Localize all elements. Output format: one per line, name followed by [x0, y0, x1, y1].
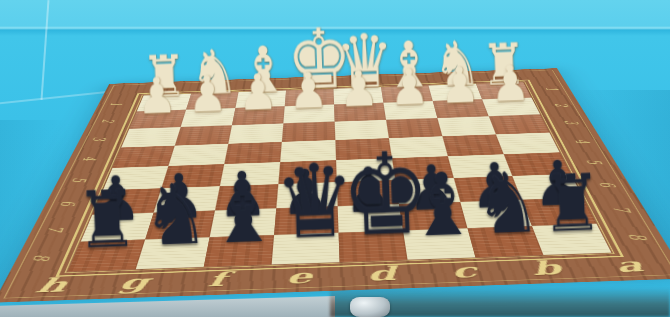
file-label-f: f [172, 267, 259, 294]
rank-label-right-7: 7 [607, 206, 635, 212]
file-label-a: a [582, 253, 670, 280]
square-c2[interactable]: ♟ [383, 101, 437, 120]
rank-label-right-4: 4 [570, 139, 594, 144]
square-a3[interactable] [489, 114, 550, 134]
piece-black-king[interactable]: ♚ [339, 140, 401, 249]
square-f2[interactable]: ♟ [232, 106, 285, 125]
rank-label-left-2: 2 [97, 119, 118, 123]
square-h2[interactable]: ♟ [129, 110, 186, 129]
piece-white-pawn[interactable]: ♟ [487, 60, 533, 108]
file-label-h: h [4, 273, 97, 300]
board-grid: ♜♞♝♚♛♝♞♜♟♟♟♟♟♟♟♟♟♟♟♟♟♟♟♟♜♞♝♛♚♝♞♜ [68, 82, 612, 272]
square-a2[interactable]: ♟ [482, 98, 540, 117]
rank-label-left-4: 4 [78, 156, 101, 161]
file-label-g: g [88, 270, 178, 297]
square-b3[interactable] [437, 116, 496, 136]
rank-label-left-7: 7 [41, 226, 68, 232]
square-f8[interactable]: ♝ [204, 235, 274, 267]
photo-backdrop: ♜♞♝♚♛♝♞♜♟♟♟♟♟♟♟♟♟♟♟♟♟♟♟♟♜♞♝♛♚♝♞♜ hgfedcb… [0, 0, 670, 317]
rank-label-right-2: 2 [550, 103, 572, 107]
rank-label-right-1: 1 [541, 87, 562, 91]
square-f3[interactable] [228, 123, 283, 143]
piece-black-rook[interactable]: ♜ [540, 166, 601, 242]
square-h8[interactable]: ♜ [68, 240, 145, 272]
piece-black-knight[interactable]: ♞ [473, 163, 534, 245]
square-h3[interactable] [121, 127, 180, 148]
square-a8[interactable]: ♜ [532, 224, 611, 255]
piece-white-pawn[interactable]: ♟ [285, 67, 331, 115]
board-hinge [350, 297, 390, 317]
square-d2[interactable]: ♟ [334, 103, 386, 122]
rank-label-right-3: 3 [560, 120, 583, 124]
rank-label-left-8: 8 [27, 254, 56, 261]
file-label-e: e [256, 264, 340, 291]
square-e3[interactable] [282, 122, 336, 142]
file-label-c: c [420, 259, 508, 286]
piece-white-pawn[interactable]: ♟ [437, 62, 483, 110]
piece-black-bishop[interactable]: ♝ [207, 170, 268, 254]
piece-white-pawn[interactable]: ♟ [235, 69, 281, 117]
piece-black-knight[interactable]: ♞ [141, 175, 202, 257]
file-label-d: d [340, 261, 425, 288]
piece-white-pawn[interactable]: ♟ [336, 66, 382, 114]
square-g8[interactable]: ♞ [136, 237, 210, 269]
piece-white-pawn[interactable]: ♟ [386, 64, 432, 112]
square-g2[interactable]: ♟ [181, 108, 236, 127]
rank-label-left-3: 3 [88, 137, 110, 142]
piece-black-rook[interactable]: ♜ [75, 183, 136, 259]
piece-black-queen[interactable]: ♛ [273, 154, 335, 252]
piece-white-pawn[interactable]: ♟ [184, 71, 230, 119]
square-g3[interactable] [175, 125, 232, 145]
square-b8[interactable]: ♞ [468, 226, 544, 257]
square-e2[interactable]: ♟ [283, 105, 334, 124]
square-e8[interactable]: ♛ [272, 233, 340, 265]
piece-white-pawn[interactable]: ♟ [134, 73, 180, 121]
chess-board: ♜♞♝♚♛♝♞♜♟♟♟♟♟♟♟♟♟♟♟♟♟♟♟♟♜♞♝♛♚♝♞♜ hgfedcb… [0, 68, 670, 302]
rank-label-right-8: 8 [622, 233, 651, 240]
square-b2[interactable]: ♟ [433, 99, 489, 118]
square-d8[interactable]: ♚ [339, 231, 408, 263]
rank-label-left-1: 1 [106, 102, 127, 106]
board-scene: ♜♞♝♚♛♝♞♜♟♟♟♟♟♟♟♟♟♟♟♟♟♟♟♟♜♞♝♛♚♝♞♜ hgfedcb… [0, 0, 670, 317]
file-label-b: b [501, 256, 593, 283]
